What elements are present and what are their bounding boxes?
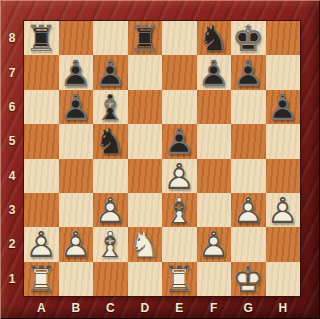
piece-glyph-stroke: ♘	[93, 125, 128, 159]
square-e8[interactable]	[162, 21, 197, 55]
square-f4[interactable]	[197, 159, 232, 193]
square-h6[interactable]: ♟♙	[266, 90, 301, 124]
black-knight[interactable]: ♞♘	[93, 124, 128, 158]
square-d6[interactable]	[128, 90, 163, 124]
square-a2[interactable]: ♟♙	[24, 227, 59, 261]
chessboard-frame: ♜♖♜♖♞♘♚♔♟♙♟♙♟♙♟♙♟♙♝♗♟♙♞♘♟♙♟♙♟♙♝♗♟♙♟♙♟♙♟♙…	[0, 0, 320, 319]
square-d3[interactable]	[128, 193, 163, 227]
square-a6[interactable]	[24, 90, 59, 124]
rank-label-3: 3	[0, 193, 24, 227]
piece-glyph-stroke: ♗	[162, 194, 197, 228]
square-a4[interactable]	[24, 159, 59, 193]
piece-glyph-stroke: ♖	[24, 22, 59, 56]
square-g3[interactable]: ♟♙	[231, 193, 266, 227]
piece-glyph-stroke: ♙	[266, 91, 301, 125]
white-pawn[interactable]: ♟♙	[197, 227, 232, 261]
square-g1[interactable]: ♚♔	[231, 262, 266, 296]
square-h7[interactable]	[266, 55, 301, 89]
rank-label-2: 2	[0, 227, 24, 261]
white-knight[interactable]: ♞♘	[128, 227, 163, 261]
chessboard: ♜♖♜♖♞♘♚♔♟♙♟♙♟♙♟♙♟♙♝♗♟♙♞♘♟♙♟♙♟♙♝♗♟♙♟♙♟♙♟♙…	[24, 21, 300, 296]
piece-glyph-stroke: ♙	[231, 56, 266, 90]
white-bishop[interactable]: ♝♗	[93, 227, 128, 261]
black-pawn[interactable]: ♟♙	[162, 124, 197, 158]
square-e7[interactable]	[162, 55, 197, 89]
square-b8[interactable]	[59, 21, 94, 55]
square-f5[interactable]	[197, 124, 232, 158]
black-bishop[interactable]: ♝♗	[93, 90, 128, 124]
square-c5[interactable]: ♞♘	[93, 124, 128, 158]
square-f1[interactable]	[197, 262, 232, 296]
black-pawn[interactable]: ♟♙	[231, 55, 266, 89]
square-f3[interactable]	[197, 193, 232, 227]
white-pawn[interactable]: ♟♙	[231, 193, 266, 227]
square-g2[interactable]	[231, 227, 266, 261]
white-bishop[interactable]: ♝♗	[162, 193, 197, 227]
square-h1[interactable]	[266, 262, 301, 296]
square-d1[interactable]	[128, 262, 163, 296]
piece-glyph-stroke: ♗	[93, 228, 128, 262]
black-pawn[interactable]: ♟♙	[59, 55, 94, 89]
square-b2[interactable]: ♟♙	[59, 227, 94, 261]
black-pawn[interactable]: ♟♙	[93, 55, 128, 89]
rank-label-6: 6	[0, 90, 24, 124]
rank-label-8: 8	[0, 21, 24, 55]
black-pawn[interactable]: ♟♙	[59, 90, 94, 124]
square-e4[interactable]: ♟♙	[162, 159, 197, 193]
square-g8[interactable]: ♚♔	[231, 21, 266, 55]
square-d2[interactable]: ♞♘	[128, 227, 163, 261]
piece-glyph-stroke: ♖	[128, 22, 163, 56]
square-f2[interactable]: ♟♙	[197, 227, 232, 261]
square-a7[interactable]	[24, 55, 59, 89]
square-f7[interactable]: ♟♙	[197, 55, 232, 89]
square-g5[interactable]	[231, 124, 266, 158]
piece-glyph-stroke: ♙	[162, 125, 197, 159]
square-e6[interactable]	[162, 90, 197, 124]
file-label-b: B	[59, 296, 94, 319]
piece-glyph-stroke: ♙	[162, 160, 197, 194]
piece-glyph-stroke: ♙	[24, 228, 59, 262]
square-h2[interactable]	[266, 227, 301, 261]
square-a1[interactable]: ♜♖	[24, 262, 59, 296]
piece-glyph-stroke: ♙	[59, 91, 94, 125]
file-label-c: C	[93, 296, 128, 319]
square-h8[interactable]	[266, 21, 301, 55]
square-a8[interactable]: ♜♖	[24, 21, 59, 55]
square-b1[interactable]	[59, 262, 94, 296]
square-c2[interactable]: ♝♗	[93, 227, 128, 261]
square-d8[interactable]: ♜♖	[128, 21, 163, 55]
square-b5[interactable]	[59, 124, 94, 158]
square-c6[interactable]: ♝♗	[93, 90, 128, 124]
piece-glyph-stroke: ♗	[93, 91, 128, 125]
square-e2[interactable]	[162, 227, 197, 261]
square-c4[interactable]	[93, 159, 128, 193]
square-h4[interactable]	[266, 159, 301, 193]
square-b3[interactable]	[59, 193, 94, 227]
square-f8[interactable]: ♞♘	[197, 21, 232, 55]
white-pawn[interactable]: ♟♙	[24, 227, 59, 261]
square-b4[interactable]	[59, 159, 94, 193]
square-f6[interactable]	[197, 90, 232, 124]
white-pawn[interactable]: ♟♙	[266, 193, 301, 227]
square-e1[interactable]: ♜♖	[162, 262, 197, 296]
square-g6[interactable]	[231, 90, 266, 124]
piece-glyph-stroke: ♘	[128, 228, 163, 262]
square-b6[interactable]: ♟♙	[59, 90, 94, 124]
square-d4[interactable]	[128, 159, 163, 193]
black-pawn[interactable]: ♟♙	[266, 90, 301, 124]
square-h3[interactable]: ♟♙	[266, 193, 301, 227]
file-labels: ABCDEFGH	[24, 296, 300, 319]
square-c1[interactable]	[93, 262, 128, 296]
file-label-e: E	[162, 296, 197, 319]
white-pawn[interactable]: ♟♙	[93, 193, 128, 227]
white-rook[interactable]: ♜♖	[162, 262, 197, 296]
rank-label-1: 1	[0, 262, 24, 296]
white-pawn[interactable]: ♟♙	[59, 227, 94, 261]
piece-glyph-stroke: ♔	[231, 22, 266, 56]
piece-glyph-stroke: ♖	[162, 263, 197, 297]
rank-label-4: 4	[0, 159, 24, 193]
square-c8[interactable]	[93, 21, 128, 55]
square-e5[interactable]: ♟♙	[162, 124, 197, 158]
square-a5[interactable]	[24, 124, 59, 158]
rank-label-7: 7	[0, 55, 24, 89]
square-c3[interactable]: ♟♙	[93, 193, 128, 227]
rank-label-5: 5	[0, 124, 24, 158]
square-b7[interactable]: ♟♙	[59, 55, 94, 89]
square-d5[interactable]	[128, 124, 163, 158]
black-rook[interactable]: ♜♖	[24, 21, 59, 55]
square-d7[interactable]	[128, 55, 163, 89]
piece-glyph-stroke: ♙	[231, 194, 266, 228]
piece-glyph-stroke: ♖	[24, 263, 59, 297]
piece-glyph-stroke: ♔	[231, 263, 266, 297]
piece-glyph-stroke: ♙	[266, 194, 301, 228]
white-pawn[interactable]: ♟♙	[162, 159, 197, 193]
piece-glyph-stroke: ♘	[197, 22, 232, 56]
piece-glyph-stroke: ♙	[93, 56, 128, 90]
file-label-d: D	[128, 296, 163, 319]
piece-glyph-stroke: ♙	[197, 56, 232, 90]
piece-glyph-stroke: ♙	[59, 56, 94, 90]
file-label-h: H	[266, 296, 301, 319]
piece-glyph-stroke: ♙	[59, 228, 94, 262]
square-a3[interactable]	[24, 193, 59, 227]
file-label-a: A	[24, 296, 59, 319]
square-e3[interactable]: ♝♗	[162, 193, 197, 227]
square-g4[interactable]	[231, 159, 266, 193]
square-g7[interactable]: ♟♙	[231, 55, 266, 89]
piece-glyph-stroke: ♙	[93, 194, 128, 228]
black-knight[interactable]: ♞♘	[197, 21, 232, 55]
black-pawn[interactable]: ♟♙	[197, 55, 232, 89]
black-king[interactable]: ♚♔	[231, 21, 266, 55]
square-c7[interactable]: ♟♙	[93, 55, 128, 89]
white-king[interactable]: ♚♔	[231, 262, 266, 296]
file-label-g: G	[231, 296, 266, 319]
white-rook[interactable]: ♜♖	[24, 262, 59, 296]
rank-labels: 87654321	[0, 21, 24, 296]
file-label-f: F	[197, 296, 232, 319]
black-rook[interactable]: ♜♖	[128, 21, 163, 55]
piece-glyph-stroke: ♙	[197, 228, 232, 262]
square-h5[interactable]	[266, 124, 301, 158]
